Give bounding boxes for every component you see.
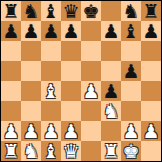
- square-g4[interactable]: [121, 81, 141, 101]
- black-pawn[interactable]: ♟: [62, 21, 79, 41]
- square-e2[interactable]: [81, 121, 101, 141]
- white-pawn[interactable]: ♟: [142, 121, 159, 141]
- black-bishop[interactable]: ♝: [42, 1, 59, 21]
- square-c2[interactable]: ♟: [41, 121, 61, 141]
- square-c5[interactable]: [41, 61, 61, 81]
- black-knight[interactable]: ♞: [122, 1, 139, 21]
- square-b1[interactable]: ♞: [21, 141, 41, 161]
- white-bishop[interactable]: ♝: [42, 141, 59, 161]
- square-a3[interactable]: [1, 101, 21, 121]
- square-h1[interactable]: [141, 141, 161, 161]
- square-b2[interactable]: ♟: [21, 121, 41, 141]
- square-a1[interactable]: ♜: [1, 141, 21, 161]
- square-g2[interactable]: ♟: [121, 121, 141, 141]
- square-b8[interactable]: ♞: [21, 1, 41, 21]
- black-queen[interactable]: ♛: [62, 1, 79, 21]
- square-h2[interactable]: ♟: [141, 121, 161, 141]
- square-c3[interactable]: [41, 101, 61, 121]
- white-knight[interactable]: ♞: [22, 141, 39, 161]
- black-knight[interactable]: ♞: [22, 1, 39, 21]
- white-pawn[interactable]: ♟: [42, 121, 59, 141]
- square-a4[interactable]: [1, 81, 21, 101]
- square-h4[interactable]: [141, 81, 161, 101]
- black-pawn[interactable]: ♟: [142, 21, 159, 41]
- square-d4[interactable]: [61, 81, 81, 101]
- square-d5[interactable]: [61, 61, 81, 81]
- square-g7[interactable]: ♝: [121, 21, 141, 41]
- square-d2[interactable]: ♟: [61, 121, 81, 141]
- square-e6[interactable]: [81, 41, 101, 61]
- white-bishop[interactable]: ♝: [42, 81, 59, 101]
- square-e7[interactable]: [81, 21, 101, 41]
- square-f4[interactable]: ♟: [101, 81, 121, 101]
- square-f7[interactable]: ♟: [101, 21, 121, 41]
- square-a2[interactable]: ♟: [1, 121, 21, 141]
- black-bishop[interactable]: ♝: [122, 21, 139, 41]
- square-f6[interactable]: [101, 41, 121, 61]
- square-b5[interactable]: [21, 61, 41, 81]
- black-pawn[interactable]: ♟: [122, 61, 139, 81]
- square-h6[interactable]: [141, 41, 161, 61]
- square-a8[interactable]: ♜: [1, 1, 21, 21]
- square-d7[interactable]: ♟: [61, 21, 81, 41]
- square-h7[interactable]: ♟: [141, 21, 161, 41]
- square-b6[interactable]: [21, 41, 41, 61]
- square-e8[interactable]: ♚: [81, 1, 101, 21]
- square-c4[interactable]: ♝: [41, 81, 61, 101]
- square-c7[interactable]: ♟: [41, 21, 61, 41]
- white-pawn[interactable]: ♟: [22, 121, 39, 141]
- black-pawn[interactable]: ♟: [2, 21, 19, 41]
- square-e4[interactable]: ♟: [81, 81, 101, 101]
- black-pawn[interactable]: ♟: [42, 21, 59, 41]
- square-g5[interactable]: ♟: [121, 61, 141, 81]
- square-b4[interactable]: [21, 81, 41, 101]
- square-e1[interactable]: [81, 141, 101, 161]
- square-b7[interactable]: ♟: [21, 21, 41, 41]
- square-c1[interactable]: ♝: [41, 141, 61, 161]
- square-g6[interactable]: [121, 41, 141, 61]
- square-a7[interactable]: ♟: [1, 21, 21, 41]
- square-a5[interactable]: [1, 61, 21, 81]
- square-d6[interactable]: [61, 41, 81, 61]
- square-f3[interactable]: ♞: [101, 101, 121, 121]
- chess-board-window: ♜♞♝♛♚♞♜♟♟♟♟♟♝♟♟♝♟♟♞♟♟♟♟♟♟♜♞♝♛♜♚: [0, 0, 162, 162]
- black-pawn[interactable]: ♟: [102, 81, 119, 101]
- white-pawn[interactable]: ♟: [2, 121, 19, 141]
- black-pawn[interactable]: ♟: [22, 21, 39, 41]
- square-d8[interactable]: ♛: [61, 1, 81, 21]
- square-e5[interactable]: [81, 61, 101, 81]
- square-b3[interactable]: [21, 101, 41, 121]
- square-a6[interactable]: [1, 41, 21, 61]
- square-h3[interactable]: [141, 101, 161, 121]
- square-f1[interactable]: ♜: [101, 141, 121, 161]
- black-king[interactable]: ♚: [82, 1, 99, 21]
- chess-board[interactable]: ♜♞♝♛♚♞♜♟♟♟♟♟♝♟♟♝♟♟♞♟♟♟♟♟♟♜♞♝♛♜♚: [0, 0, 162, 162]
- square-d1[interactable]: ♛: [61, 141, 81, 161]
- white-pawn[interactable]: ♟: [82, 81, 99, 101]
- square-f8[interactable]: [101, 1, 121, 21]
- white-knight[interactable]: ♞: [102, 101, 119, 121]
- square-g1[interactable]: ♚: [121, 141, 141, 161]
- white-pawn[interactable]: ♟: [62, 121, 79, 141]
- square-c8[interactable]: ♝: [41, 1, 61, 21]
- square-f5[interactable]: [101, 61, 121, 81]
- square-h8[interactable]: ♜: [141, 1, 161, 21]
- square-h5[interactable]: [141, 61, 161, 81]
- square-c6[interactable]: [41, 41, 61, 61]
- black-pawn[interactable]: ♟: [102, 21, 119, 41]
- square-g3[interactable]: [121, 101, 141, 121]
- black-rook[interactable]: ♜: [142, 1, 159, 21]
- white-rook[interactable]: ♜: [2, 141, 19, 161]
- square-g8[interactable]: ♞: [121, 1, 141, 21]
- square-d3[interactable]: [61, 101, 81, 121]
- white-king[interactable]: ♚: [122, 141, 139, 161]
- square-e3[interactable]: [81, 101, 101, 121]
- white-queen[interactable]: ♛: [62, 141, 79, 161]
- white-pawn[interactable]: ♟: [122, 121, 139, 141]
- black-rook[interactable]: ♜: [2, 1, 19, 21]
- square-f2[interactable]: [101, 121, 121, 141]
- white-rook[interactable]: ♜: [102, 141, 119, 161]
